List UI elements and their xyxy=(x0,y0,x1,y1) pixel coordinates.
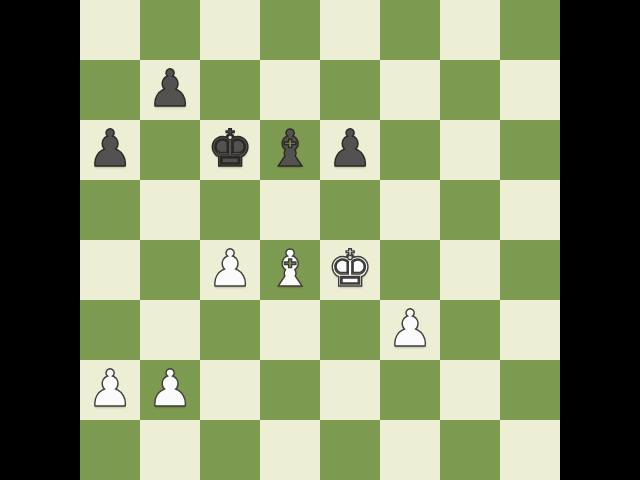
white-pawn[interactable]: ♟ xyxy=(87,359,133,419)
square-f5[interactable] xyxy=(380,180,440,240)
square-c8[interactable] xyxy=(200,0,260,60)
square-d8[interactable] xyxy=(260,0,320,60)
square-f3[interactable]: ♟ xyxy=(380,300,440,360)
square-e7[interactable] xyxy=(320,60,380,120)
square-a5[interactable] xyxy=(80,180,140,240)
right-letterbox-bar xyxy=(560,0,640,480)
square-b6[interactable] xyxy=(140,120,200,180)
square-f7[interactable] xyxy=(380,60,440,120)
square-d6[interactable]: ♝ xyxy=(260,120,320,180)
square-e6[interactable]: ♟ xyxy=(320,120,380,180)
square-g3[interactable] xyxy=(440,300,500,360)
square-b5[interactable] xyxy=(140,180,200,240)
square-g4[interactable] xyxy=(440,240,500,300)
square-f1[interactable] xyxy=(380,420,440,480)
square-c4[interactable]: ♟ xyxy=(200,240,260,300)
chess-board: ♟♟♚♝♟♟♝♚♟♟♟ xyxy=(80,0,560,480)
white-pawn[interactable]: ♟ xyxy=(147,359,193,419)
video-frame: ♟♟♚♝♟♟♝♚♟♟♟ xyxy=(0,0,640,480)
square-a6[interactable]: ♟ xyxy=(80,120,140,180)
square-h8[interactable] xyxy=(500,0,560,60)
square-e5[interactable] xyxy=(320,180,380,240)
square-g8[interactable] xyxy=(440,0,500,60)
square-g5[interactable] xyxy=(440,180,500,240)
square-a7[interactable] xyxy=(80,60,140,120)
black-king[interactable]: ♚ xyxy=(207,119,253,179)
black-pawn[interactable]: ♟ xyxy=(147,59,193,119)
square-d4[interactable]: ♝ xyxy=(260,240,320,300)
square-h1[interactable] xyxy=(500,420,560,480)
square-b7[interactable]: ♟ xyxy=(140,60,200,120)
square-b1[interactable] xyxy=(140,420,200,480)
square-d1[interactable] xyxy=(260,420,320,480)
square-b4[interactable] xyxy=(140,240,200,300)
square-f6[interactable] xyxy=(380,120,440,180)
square-f4[interactable] xyxy=(380,240,440,300)
square-d3[interactable] xyxy=(260,300,320,360)
square-b2[interactable]: ♟ xyxy=(140,360,200,420)
square-d5[interactable] xyxy=(260,180,320,240)
square-c3[interactable] xyxy=(200,300,260,360)
square-h7[interactable] xyxy=(500,60,560,120)
square-e1[interactable] xyxy=(320,420,380,480)
white-pawn[interactable]: ♟ xyxy=(207,239,253,299)
black-pawn[interactable]: ♟ xyxy=(327,119,373,179)
square-g7[interactable] xyxy=(440,60,500,120)
white-king[interactable]: ♚ xyxy=(327,239,373,299)
square-h4[interactable] xyxy=(500,240,560,300)
square-a1[interactable] xyxy=(80,420,140,480)
square-e8[interactable] xyxy=(320,0,380,60)
square-c2[interactable] xyxy=(200,360,260,420)
square-d7[interactable] xyxy=(260,60,320,120)
square-h3[interactable] xyxy=(500,300,560,360)
square-c1[interactable] xyxy=(200,420,260,480)
square-a2[interactable]: ♟ xyxy=(80,360,140,420)
square-g2[interactable] xyxy=(440,360,500,420)
square-h2[interactable] xyxy=(500,360,560,420)
square-b8[interactable] xyxy=(140,0,200,60)
left-letterbox-bar xyxy=(0,0,80,480)
black-pawn[interactable]: ♟ xyxy=(87,119,133,179)
square-h5[interactable] xyxy=(500,180,560,240)
white-bishop[interactable]: ♝ xyxy=(267,239,313,299)
square-g1[interactable] xyxy=(440,420,500,480)
square-f8[interactable] xyxy=(380,0,440,60)
square-h6[interactable] xyxy=(500,120,560,180)
white-pawn[interactable]: ♟ xyxy=(387,299,433,359)
square-f2[interactable] xyxy=(380,360,440,420)
square-e2[interactable] xyxy=(320,360,380,420)
black-bishop[interactable]: ♝ xyxy=(267,119,313,179)
square-c7[interactable] xyxy=(200,60,260,120)
square-b3[interactable] xyxy=(140,300,200,360)
square-a8[interactable] xyxy=(80,0,140,60)
square-a3[interactable] xyxy=(80,300,140,360)
square-d2[interactable] xyxy=(260,360,320,420)
square-a4[interactable] xyxy=(80,240,140,300)
square-c5[interactable] xyxy=(200,180,260,240)
square-c6[interactable]: ♚ xyxy=(200,120,260,180)
square-g6[interactable] xyxy=(440,120,500,180)
square-e3[interactable] xyxy=(320,300,380,360)
square-e4[interactable]: ♚ xyxy=(320,240,380,300)
